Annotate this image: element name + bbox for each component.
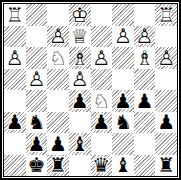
black-bishop-icon: ♝ <box>112 155 134 177</box>
white-rook-icon: ♜♖ <box>4 4 26 26</box>
chess-board: ♜♖♚♔♜♖♟♙♛♕♟♙♟♙♟♙♞♘♝♗♟♙♝♗♟♙♟♙♟♙♟♞♘♟♟♟♞♟♞♟… <box>3 3 178 177</box>
square-h5[interactable] <box>4 90 26 112</box>
square-c3[interactable] <box>112 47 134 69</box>
square-c5[interactable]: ♟ <box>112 90 134 112</box>
square-g3[interactable] <box>26 47 48 69</box>
black-pawn-icon: ♟ <box>112 90 134 112</box>
square-e2[interactable]: ♛♕ <box>69 26 91 48</box>
square-g6[interactable]: ♞ <box>26 112 48 134</box>
square-e1[interactable]: ♚♔ <box>69 4 91 26</box>
square-h7[interactable] <box>4 133 26 155</box>
white-bishop-icon: ♝♗ <box>69 47 91 69</box>
black-rook-icon: ♜ <box>155 155 177 177</box>
square-c2[interactable]: ♟♙ <box>112 26 134 48</box>
square-e7[interactable]: ♝ <box>69 133 91 155</box>
square-a4[interactable] <box>155 69 177 91</box>
square-a3[interactable]: ♟♙ <box>155 47 177 69</box>
white-knight-icon: ♞♘ <box>47 47 69 69</box>
square-e4[interactable]: ♟♙ <box>69 69 91 91</box>
chess-board-frame: ♜♖♚♔♜♖♟♙♛♕♟♙♟♙♟♙♞♘♝♗♟♙♝♗♟♙♟♙♟♙♟♞♘♟♟♟♞♟♞♟… <box>0 0 181 180</box>
square-f5[interactable] <box>47 90 69 112</box>
square-c6[interactable]: ♞ <box>112 112 134 134</box>
square-g2[interactable] <box>26 26 48 48</box>
square-b1[interactable] <box>134 4 156 26</box>
square-f3[interactable]: ♞♘ <box>47 47 69 69</box>
white-pawn-icon: ♟♙ <box>112 26 134 48</box>
white-bishop-icon: ♝♗ <box>134 47 156 69</box>
black-pawn-icon: ♟ <box>69 90 91 112</box>
black-knight-icon: ♞ <box>112 112 134 134</box>
square-g1[interactable] <box>26 4 48 26</box>
white-pawn-icon: ♟♙ <box>69 69 91 91</box>
white-pawn-icon: ♟♙ <box>47 26 69 48</box>
square-d8[interactable]: ♛ <box>91 155 113 177</box>
white-knight-icon: ♞♘ <box>91 90 113 112</box>
square-a7[interactable] <box>155 133 177 155</box>
square-f2[interactable]: ♟♙ <box>47 26 69 48</box>
square-d4[interactable] <box>91 69 113 91</box>
square-g4[interactable]: ♟♙ <box>26 69 48 91</box>
white-pawn-icon: ♟♙ <box>26 69 48 91</box>
black-bishop-icon: ♝ <box>69 133 91 155</box>
square-b2[interactable]: ♟♙ <box>134 26 156 48</box>
square-h1[interactable]: ♜♖ <box>4 4 26 26</box>
square-e3[interactable]: ♝♗ <box>69 47 91 69</box>
black-pawn-icon: ♟ <box>26 133 48 155</box>
square-h3[interactable]: ♟♙ <box>4 47 26 69</box>
square-h6[interactable]: ♟ <box>4 112 26 134</box>
square-d6[interactable]: ♟ <box>91 112 113 134</box>
square-b6[interactable] <box>134 112 156 134</box>
white-pawn-icon: ♟♙ <box>134 26 156 48</box>
square-e6[interactable] <box>69 112 91 134</box>
square-f6[interactable] <box>47 112 69 134</box>
square-c1[interactable] <box>112 4 134 26</box>
square-a8[interactable]: ♜ <box>155 155 177 177</box>
white-pawn-icon: ♟♙ <box>91 47 113 69</box>
black-king-icon: ♚ <box>26 155 48 177</box>
white-pawn-icon: ♟♙ <box>155 47 177 69</box>
square-d7[interactable] <box>91 133 113 155</box>
white-pawn-icon: ♟♙ <box>4 47 26 69</box>
square-g7[interactable]: ♟ <box>26 133 48 155</box>
square-d1[interactable] <box>91 4 113 26</box>
black-pawn-icon: ♟ <box>4 112 26 134</box>
square-f7[interactable]: ♟ <box>47 133 69 155</box>
square-a5[interactable] <box>155 90 177 112</box>
square-f1[interactable] <box>47 4 69 26</box>
square-h4[interactable] <box>4 69 26 91</box>
black-pawn-icon: ♟ <box>134 90 156 112</box>
black-pawn-icon: ♟ <box>47 133 69 155</box>
square-f4[interactable] <box>47 69 69 91</box>
square-b7[interactable] <box>134 133 156 155</box>
black-pawn-icon: ♟ <box>91 112 113 134</box>
square-d5[interactable]: ♞♘ <box>91 90 113 112</box>
black-pawn-icon: ♟ <box>155 112 177 134</box>
square-a2[interactable] <box>155 26 177 48</box>
white-rook-icon: ♜♖ <box>155 4 177 26</box>
white-king-icon: ♚♔ <box>69 4 91 26</box>
square-a6[interactable]: ♟ <box>155 112 177 134</box>
square-d2[interactable] <box>91 26 113 48</box>
black-queen-icon: ♛ <box>91 155 113 177</box>
square-b4[interactable] <box>134 69 156 91</box>
square-g8[interactable]: ♚ <box>26 155 48 177</box>
square-c4[interactable] <box>112 69 134 91</box>
square-a1[interactable]: ♜♖ <box>155 4 177 26</box>
square-e5[interactable]: ♟ <box>69 90 91 112</box>
square-b8[interactable] <box>134 155 156 177</box>
square-h8[interactable] <box>4 155 26 177</box>
square-b5[interactable]: ♟ <box>134 90 156 112</box>
black-knight-icon: ♞ <box>26 112 48 134</box>
square-c7[interactable] <box>112 133 134 155</box>
square-d3[interactable]: ♟♙ <box>91 47 113 69</box>
black-rook-icon: ♜ <box>47 155 69 177</box>
white-queen-icon: ♛♕ <box>69 26 91 48</box>
square-f8[interactable]: ♜ <box>47 155 69 177</box>
square-b3[interactable]: ♝♗ <box>134 47 156 69</box>
square-h2[interactable] <box>4 26 26 48</box>
square-c8[interactable]: ♝ <box>112 155 134 177</box>
square-e8[interactable] <box>69 155 91 177</box>
square-g5[interactable] <box>26 90 48 112</box>
